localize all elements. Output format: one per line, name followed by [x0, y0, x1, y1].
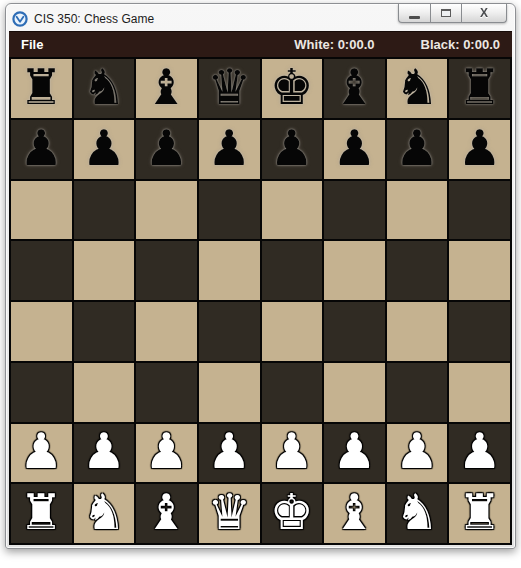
piece-black-queen[interactable]: ♛	[207, 63, 251, 112]
square-e4[interactable]	[262, 302, 323, 361]
square-b3[interactable]	[74, 363, 135, 422]
piece-white-bishop[interactable]: ♝	[332, 488, 376, 537]
piece-white-knight[interactable]: ♞	[82, 488, 126, 537]
piece-white-pawn[interactable]: ♟	[207, 427, 251, 476]
square-h7[interactable]: ♟	[449, 120, 510, 179]
square-g8[interactable]: ♞	[387, 59, 448, 118]
square-f4[interactable]	[324, 302, 385, 361]
app-window: CIS 350: Chess Game X File White: 0:00.0…	[5, 3, 516, 549]
square-f1[interactable]: ♝	[324, 484, 385, 543]
title-bar[interactable]: CIS 350: Chess Game X	[9, 7, 512, 31]
window-title: CIS 350: Chess Game	[34, 12, 154, 26]
square-f3[interactable]	[324, 363, 385, 422]
square-d1[interactable]: ♛	[199, 484, 260, 543]
minimize-icon	[409, 16, 420, 19]
square-h3[interactable]	[449, 363, 510, 422]
square-d4[interactable]	[199, 302, 260, 361]
piece-white-knight[interactable]: ♞	[395, 488, 439, 537]
square-g2[interactable]: ♟	[387, 424, 448, 483]
piece-black-pawn[interactable]: ♟	[19, 124, 63, 173]
piece-black-bishop[interactable]: ♝	[332, 63, 376, 112]
piece-black-rook[interactable]: ♜	[19, 63, 63, 112]
square-g5[interactable]	[387, 241, 448, 300]
square-d2[interactable]: ♟	[199, 424, 260, 483]
piece-black-knight[interactable]: ♞	[395, 63, 439, 112]
square-d5[interactable]	[199, 241, 260, 300]
square-d6[interactable]	[199, 181, 260, 240]
square-a8[interactable]: ♜	[11, 59, 72, 118]
piece-white-pawn[interactable]: ♟	[19, 427, 63, 476]
square-d8[interactable]: ♛	[199, 59, 260, 118]
square-c5[interactable]	[136, 241, 197, 300]
square-h2[interactable]: ♟	[449, 424, 510, 483]
square-a4[interactable]	[11, 302, 72, 361]
chess-board: ♜♞♝♛♚♝♞♜♟♟♟♟♟♟♟♟♟♟♟♟♟♟♟♟♜♞♝♛♚♝♞♜	[9, 57, 512, 545]
square-g1[interactable]: ♞	[387, 484, 448, 543]
square-e1[interactable]: ♚	[262, 484, 323, 543]
piece-white-pawn[interactable]: ♟	[458, 427, 502, 476]
square-f8[interactable]: ♝	[324, 59, 385, 118]
square-e8[interactable]: ♚	[262, 59, 323, 118]
piece-black-rook[interactable]: ♜	[458, 63, 502, 112]
piece-black-pawn[interactable]: ♟	[270, 124, 314, 173]
circle-v-logo-icon	[12, 11, 28, 27]
square-c4[interactable]	[136, 302, 197, 361]
square-b7[interactable]: ♟	[74, 120, 135, 179]
window-controls: X	[398, 4, 507, 23]
square-e2[interactable]: ♟	[262, 424, 323, 483]
square-h8[interactable]: ♜	[449, 59, 510, 118]
square-b6[interactable]	[74, 181, 135, 240]
square-g6[interactable]	[387, 181, 448, 240]
square-c7[interactable]: ♟	[136, 120, 197, 179]
square-a1[interactable]: ♜	[11, 484, 72, 543]
close-button[interactable]: X	[462, 4, 507, 23]
square-a5[interactable]	[11, 241, 72, 300]
piece-white-pawn[interactable]: ♟	[145, 427, 189, 476]
square-g7[interactable]: ♟	[387, 120, 448, 179]
menu-bar: File White: 0:00.0 Black: 0:00.0	[9, 31, 512, 57]
piece-black-pawn[interactable]: ♟	[458, 124, 502, 173]
piece-black-pawn[interactable]: ♟	[332, 124, 376, 173]
square-c8[interactable]: ♝	[136, 59, 197, 118]
square-b1[interactable]: ♞	[74, 484, 135, 543]
piece-white-rook[interactable]: ♜	[19, 488, 63, 537]
menu-item-file[interactable]: File	[11, 37, 53, 52]
square-e3[interactable]	[262, 363, 323, 422]
square-c2[interactable]: ♟	[136, 424, 197, 483]
square-h4[interactable]	[449, 302, 510, 361]
piece-black-king[interactable]: ♚	[270, 63, 314, 112]
square-b8[interactable]: ♞	[74, 59, 135, 118]
piece-white-pawn[interactable]: ♟	[332, 427, 376, 476]
square-a2[interactable]: ♟	[11, 424, 72, 483]
piece-black-pawn[interactable]: ♟	[395, 124, 439, 173]
piece-black-pawn[interactable]: ♟	[82, 124, 126, 173]
maximize-button[interactable]	[431, 4, 462, 23]
piece-black-pawn[interactable]: ♟	[145, 124, 189, 173]
square-b2[interactable]: ♟	[74, 424, 135, 483]
square-b5[interactable]	[74, 241, 135, 300]
square-h6[interactable]	[449, 181, 510, 240]
piece-white-pawn[interactable]: ♟	[395, 427, 439, 476]
square-c1[interactable]: ♝	[136, 484, 197, 543]
square-a6[interactable]	[11, 181, 72, 240]
piece-white-queen[interactable]: ♛	[207, 488, 251, 537]
square-e7[interactable]: ♟	[262, 120, 323, 179]
square-c6[interactable]	[136, 181, 197, 240]
square-h1[interactable]: ♜	[449, 484, 510, 543]
square-e6[interactable]	[262, 181, 323, 240]
square-g3[interactable]	[387, 363, 448, 422]
square-f5[interactable]	[324, 241, 385, 300]
piece-black-knight[interactable]: ♞	[82, 63, 126, 112]
square-a7[interactable]: ♟	[11, 120, 72, 179]
piece-black-bishop[interactable]: ♝	[145, 63, 189, 112]
square-h5[interactable]	[449, 241, 510, 300]
square-a3[interactable]	[11, 363, 72, 422]
black-clock: Black: 0:00.0	[421, 37, 501, 52]
square-d7[interactable]: ♟	[199, 120, 260, 179]
square-c3[interactable]	[136, 363, 197, 422]
piece-white-pawn[interactable]: ♟	[270, 427, 314, 476]
square-g4[interactable]	[387, 302, 448, 361]
white-clock: White: 0:00.0	[294, 37, 374, 52]
piece-white-rook[interactable]: ♜	[458, 488, 502, 537]
app-icon[interactable]	[12, 11, 28, 27]
square-f7[interactable]: ♟	[324, 120, 385, 179]
square-f2[interactable]: ♟	[324, 424, 385, 483]
piece-white-bishop[interactable]: ♝	[145, 488, 189, 537]
square-b4[interactable]	[74, 302, 135, 361]
close-icon: X	[480, 7, 488, 19]
maximize-icon	[441, 9, 451, 17]
square-e5[interactable]	[262, 241, 323, 300]
square-d3[interactable]	[199, 363, 260, 422]
piece-white-pawn[interactable]: ♟	[82, 427, 126, 476]
piece-black-pawn[interactable]: ♟	[207, 124, 251, 173]
minimize-button[interactable]	[398, 4, 431, 23]
piece-white-king[interactable]: ♚	[270, 488, 314, 537]
square-f6[interactable]	[324, 181, 385, 240]
